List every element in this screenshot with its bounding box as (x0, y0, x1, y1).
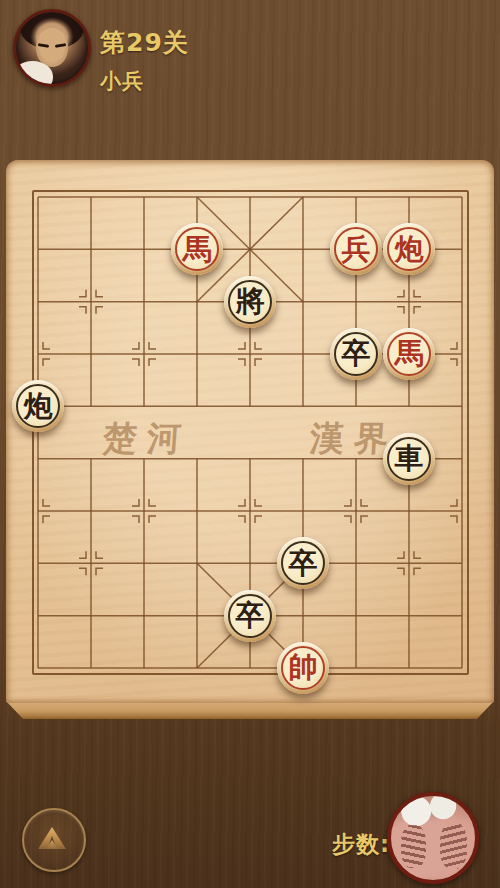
black-piece-炮[interactable]: 炮 (12, 380, 64, 432)
black-piece-卒[interactable]: 卒 (224, 590, 276, 642)
piece-character: 炮 (395, 235, 424, 264)
game-screen: 第29关 小兵 楚河 漢界 馬兵炮將卒馬炮車卒卒帥 步数:0 (0, 0, 500, 888)
piece-character: 卒 (289, 549, 318, 578)
avatar-tattoo-right (440, 823, 467, 869)
red-piece-馬[interactable]: 馬 (383, 328, 435, 380)
black-piece-車[interactable]: 車 (383, 433, 435, 485)
red-piece-帥[interactable]: 帥 (277, 642, 329, 694)
steps-label: 步数: (332, 831, 390, 857)
avatar-face (36, 28, 68, 67)
board-bevel (6, 701, 494, 719)
piece-character: 馬 (395, 339, 424, 368)
red-piece-馬[interactable]: 馬 (171, 223, 223, 275)
profile-avatar[interactable] (387, 792, 479, 884)
red-piece-兵[interactable]: 兵 (330, 223, 382, 275)
piece-character: 卒 (236, 601, 265, 630)
piece-character: 帥 (289, 653, 318, 682)
red-piece-炮[interactable]: 炮 (383, 223, 435, 275)
level-label: 第29关 (100, 26, 189, 59)
opponent-label: 小兵 (100, 67, 189, 95)
piece-character: 炮 (24, 392, 53, 421)
avatar-collar (13, 61, 53, 87)
piece-character: 兵 (342, 235, 371, 264)
header: 第29关 小兵 (0, 0, 500, 110)
black-piece-卒[interactable]: 卒 (277, 537, 329, 589)
piece-character: 車 (395, 444, 424, 473)
avatar-tattoo-left (401, 825, 426, 869)
up-arrow-button[interactable] (22, 808, 86, 872)
piece-character: 將 (236, 287, 265, 316)
level-avatar[interactable] (13, 9, 91, 87)
black-piece-將[interactable]: 將 (224, 276, 276, 328)
piece-character: 卒 (342, 339, 371, 368)
piece-character: 馬 (183, 235, 212, 264)
black-piece-卒[interactable]: 卒 (330, 328, 382, 380)
